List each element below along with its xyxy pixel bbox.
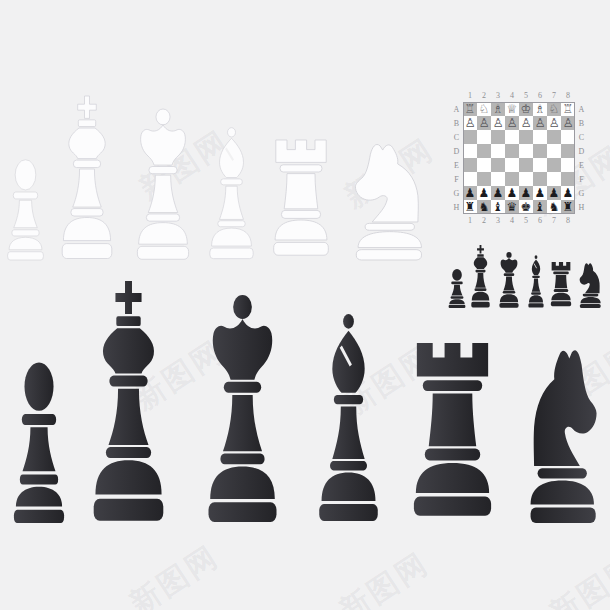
chess-piece-bQ: ♛ (507, 201, 518, 213)
chess-piece-wR: ♖ (563, 103, 574, 115)
board-label: 6 (533, 89, 547, 102)
chess-piece-bR: ♜ (465, 201, 476, 213)
board-cell (533, 158, 547, 172)
board-cell (547, 158, 561, 172)
board-label: C (450, 130, 463, 144)
chess-piece-wN: ♘ (479, 103, 490, 115)
board-cell: ♟ (547, 186, 561, 200)
chess-piece-wK: ♔ (521, 103, 532, 115)
board-label: 3 (491, 89, 505, 102)
board-cell (505, 130, 519, 144)
board-cell (547, 144, 561, 158)
board-label: 1 (463, 214, 477, 227)
board-cell (519, 130, 533, 144)
black-king-small (469, 245, 492, 308)
board-cell: ♟ (491, 186, 505, 200)
white-king-figure (56, 96, 118, 260)
chess-piece-wB: ♗ (535, 103, 546, 115)
board-label: B (575, 116, 588, 130)
chess-piece-wN: ♘ (549, 103, 560, 115)
board-label: G (575, 186, 588, 200)
board-label: 7 (547, 214, 561, 227)
watermark-text: 新图网 (332, 543, 437, 610)
board-cell: ♜ (561, 200, 575, 214)
chess-piece-wR: ♖ (465, 103, 476, 115)
board-cell: ♟ (519, 186, 533, 200)
board-label: A (575, 102, 588, 116)
board-label: 4 (505, 214, 519, 227)
board-cell: ♙ (547, 116, 561, 130)
white-knight-figure (344, 139, 432, 260)
board-cell (533, 144, 547, 158)
board-cell: ♗ (533, 102, 547, 116)
watermark-text: 新图网 (542, 546, 610, 610)
chess-piece-bR: ♜ (563, 201, 574, 213)
chess-piece-bP: ♟ (521, 187, 532, 199)
board-label: 7 (547, 89, 561, 102)
board-cell (561, 144, 575, 158)
board-cell (505, 158, 519, 172)
board-label: F (575, 172, 588, 186)
black-knight-small (576, 261, 604, 308)
board-cell: ♔ (519, 102, 533, 116)
black-king-large (85, 281, 172, 523)
chess-piece-bP: ♟ (563, 187, 574, 199)
board-cell: ♗ (491, 102, 505, 116)
illustration-canvas: 新图网 新图网 新图网 新图网 新图网 新图网 新图网 新图网 新图网 1234… (0, 0, 610, 610)
watermark-text: 新图网 (122, 536, 227, 610)
board-label: 5 (519, 214, 533, 227)
board-cell: ♘ (547, 102, 561, 116)
chess-piece-bN: ♞ (549, 201, 560, 213)
chess-board: 12345678A♖♘♗♕♔♗♘♖AB♙♙♙♙♙♙♙♙BCCDDEEFFG♟♟♟… (450, 89, 588, 227)
white-bishop-figure (203, 127, 260, 260)
board-cell (463, 130, 477, 144)
board-label: G (450, 186, 463, 200)
board-cell (519, 144, 533, 158)
board-cell (491, 158, 505, 172)
board-cell: ♟ (561, 186, 575, 200)
board-cell: ♙ (491, 116, 505, 130)
board-cell (477, 158, 491, 172)
board-cell (463, 144, 477, 158)
board-label: 3 (491, 214, 505, 227)
board-cell: ♘ (477, 102, 491, 116)
board-cell: ♝ (491, 200, 505, 214)
board-cell: ♚ (519, 200, 533, 214)
chess-piece-wP: ♙ (563, 117, 574, 129)
board-label: C (575, 130, 588, 144)
board-cell: ♟ (533, 186, 547, 200)
chess-piece-bP: ♟ (465, 187, 476, 199)
board-label: 6 (533, 214, 547, 227)
board-label: 2 (477, 89, 491, 102)
chess-piece-wP: ♙ (535, 117, 546, 129)
chess-piece-bP: ♟ (535, 187, 546, 199)
black-queen-large (200, 295, 285, 523)
chess-piece-bB: ♝ (493, 201, 504, 213)
board-cell: ♛ (505, 200, 519, 214)
board-cell (463, 172, 477, 186)
board-cell (561, 130, 575, 144)
board-label: 4 (505, 89, 519, 102)
board-label: A (450, 102, 463, 116)
board-cell: ♜ (463, 200, 477, 214)
black-pawn-large (6, 358, 72, 523)
board-label: E (450, 158, 463, 172)
chess-piece-bP: ♟ (479, 187, 490, 199)
black-knight-large (520, 342, 608, 523)
board-cell: ♙ (463, 116, 477, 130)
board-cell (533, 172, 547, 186)
board-label: 5 (519, 89, 533, 102)
board-cell (505, 144, 519, 158)
board-cell (547, 172, 561, 186)
white-queen-figure (131, 109, 195, 260)
board-cell (477, 144, 491, 158)
board-corner (575, 89, 588, 102)
board-cell: ♙ (505, 116, 519, 130)
board-label: 2 (477, 214, 491, 227)
white-pawn-figure (2, 157, 49, 260)
board-cell (463, 158, 477, 172)
board-cell (561, 158, 575, 172)
board-cell: ♙ (519, 116, 533, 130)
board-cell: ♞ (477, 200, 491, 214)
board-corner (450, 214, 463, 227)
chess-piece-bB: ♝ (535, 201, 546, 213)
chess-piece-wB: ♗ (493, 103, 504, 115)
board-label: B (450, 116, 463, 130)
white-rook-figure (266, 140, 336, 260)
black-rook-large (403, 343, 502, 523)
board-cell (491, 144, 505, 158)
chess-piece-wP: ♙ (479, 117, 490, 129)
board-corner (575, 214, 588, 227)
board-cell: ♟ (463, 186, 477, 200)
board-cell (477, 130, 491, 144)
chess-piece-wP: ♙ (507, 117, 518, 129)
chess-piece-bP: ♟ (549, 187, 560, 199)
board-cell (547, 130, 561, 144)
chess-piece-wP: ♙ (549, 117, 560, 129)
board-cell (561, 172, 575, 186)
board-cell: ♝ (533, 200, 547, 214)
chess-piece-wQ: ♕ (507, 103, 518, 115)
chess-piece-wP: ♙ (493, 117, 504, 129)
board-cell (533, 130, 547, 144)
chess-piece-bK: ♚ (521, 201, 532, 213)
black-bishop-large (310, 313, 387, 523)
board-cell (491, 172, 505, 186)
chess-piece-bP: ♟ (493, 187, 504, 199)
board-label: H (450, 200, 463, 214)
board-cell: ♙ (561, 116, 575, 130)
chess-piece-wP: ♙ (521, 117, 532, 129)
chess-piece-wP: ♙ (465, 117, 476, 129)
chess-piece-bP: ♟ (507, 187, 518, 199)
board-cell: ♕ (505, 102, 519, 116)
black-pawn-small (446, 268, 468, 308)
black-rook-small (548, 262, 574, 308)
black-queen-small (497, 252, 521, 308)
board-cell (519, 158, 533, 172)
board-cell (519, 172, 533, 186)
board-label: H (575, 200, 588, 214)
board-cell: ♖ (463, 102, 477, 116)
board-cell (477, 172, 491, 186)
board-label: E (575, 158, 588, 172)
board-cell: ♙ (477, 116, 491, 130)
board-label: D (575, 144, 588, 158)
board-label: 8 (561, 89, 575, 102)
black-bishop-small (526, 255, 546, 308)
board-label: F (450, 172, 463, 186)
board-cell: ♟ (505, 186, 519, 200)
chess-piece-bN: ♞ (479, 201, 490, 213)
board-corner (450, 89, 463, 102)
board-cell (491, 130, 505, 144)
board-cell: ♖ (561, 102, 575, 116)
board-cell (505, 172, 519, 186)
board-label: 1 (463, 89, 477, 102)
board-label: D (450, 144, 463, 158)
board-label: 8 (561, 214, 575, 227)
board-cell: ♟ (477, 186, 491, 200)
board-cell: ♞ (547, 200, 561, 214)
board-cell: ♙ (533, 116, 547, 130)
